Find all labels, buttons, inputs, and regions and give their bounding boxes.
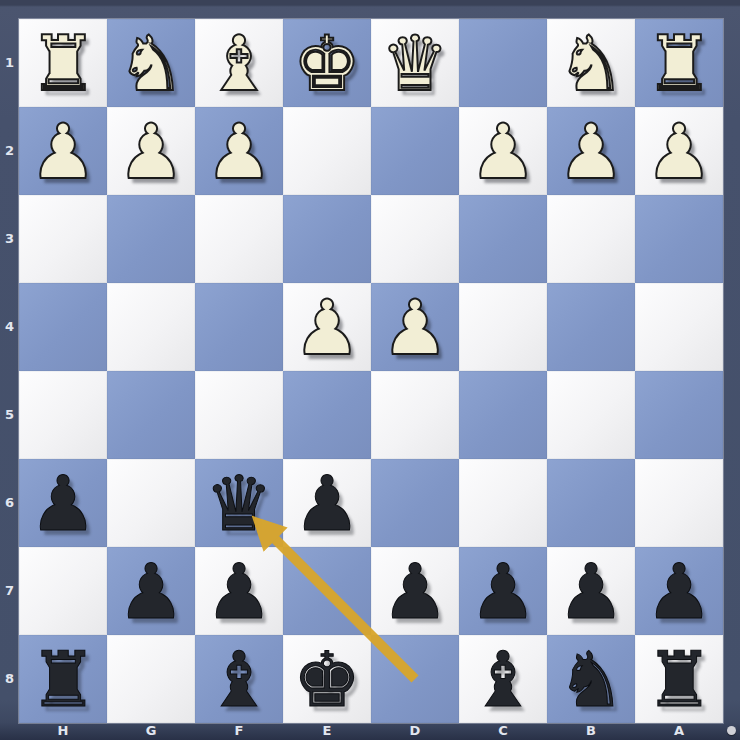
rank-label-1: 1 xyxy=(0,19,19,107)
white-pawn-g2[interactable]: ♟ xyxy=(107,107,195,195)
square-g6[interactable] xyxy=(107,459,195,547)
white-bishop-f1[interactable]: ♝ xyxy=(195,19,283,107)
square-h2[interactable]: ♟ xyxy=(19,107,107,195)
file-label-g: G xyxy=(107,722,195,740)
square-g2[interactable]: ♟ xyxy=(107,107,195,195)
white-knight-g1[interactable]: ♞ xyxy=(107,19,195,107)
square-h6[interactable]: ♟ xyxy=(19,459,107,547)
square-e8[interactable]: ♚ xyxy=(283,635,371,723)
square-d4[interactable]: ♟ xyxy=(371,283,459,371)
square-g7[interactable]: ♟ xyxy=(107,547,195,635)
square-h4[interactable] xyxy=(19,283,107,371)
file-label-h: H xyxy=(19,722,107,740)
square-e4[interactable]: ♟ xyxy=(283,283,371,371)
square-g3[interactable] xyxy=(107,195,195,283)
square-e5[interactable] xyxy=(283,371,371,459)
black-pawn-b7[interactable]: ♟ xyxy=(547,547,635,635)
square-e6[interactable]: ♟ xyxy=(283,459,371,547)
square-b6[interactable] xyxy=(547,459,635,547)
square-b2[interactable]: ♟ xyxy=(547,107,635,195)
file-label-e: E xyxy=(283,722,371,740)
white-queen-d1[interactable]: ♛ xyxy=(371,19,459,107)
square-f2[interactable]: ♟ xyxy=(195,107,283,195)
square-b7[interactable]: ♟ xyxy=(547,547,635,635)
rank-label-7: 7 xyxy=(0,547,19,635)
black-pawn-a7[interactable]: ♟ xyxy=(635,547,723,635)
black-queen-f6[interactable]: ♛ xyxy=(195,459,283,547)
black-bishop-c8[interactable]: ♝ xyxy=(459,635,547,723)
square-h3[interactable] xyxy=(19,195,107,283)
square-g8[interactable] xyxy=(107,635,195,723)
square-c8[interactable]: ♝ xyxy=(459,635,547,723)
square-d8[interactable] xyxy=(371,635,459,723)
square-c4[interactable] xyxy=(459,283,547,371)
square-d7[interactable]: ♟ xyxy=(371,547,459,635)
square-b5[interactable] xyxy=(547,371,635,459)
white-pawn-c2[interactable]: ♟ xyxy=(459,107,547,195)
rank-label-2: 2 xyxy=(0,107,19,195)
square-a8[interactable]: ♜ xyxy=(635,635,723,723)
rank-label-3: 3 xyxy=(0,195,19,283)
black-pawn-e6[interactable]: ♟ xyxy=(283,459,371,547)
square-f1[interactable]: ♝ xyxy=(195,19,283,107)
square-e1[interactable]: ♚ xyxy=(283,19,371,107)
square-f7[interactable]: ♟ xyxy=(195,547,283,635)
square-a3[interactable] xyxy=(635,195,723,283)
black-knight-b8[interactable]: ♞ xyxy=(547,635,635,723)
rank-label-4: 4 xyxy=(0,283,19,371)
file-label-d: D xyxy=(371,722,459,740)
square-h5[interactable] xyxy=(19,371,107,459)
square-c2[interactable]: ♟ xyxy=(459,107,547,195)
square-f3[interactable] xyxy=(195,195,283,283)
rank-label-8: 8 xyxy=(0,635,19,723)
square-d2[interactable] xyxy=(371,107,459,195)
black-pawn-c7[interactable]: ♟ xyxy=(459,547,547,635)
white-pawn-e4[interactable]: ♟ xyxy=(283,283,371,371)
square-e3[interactable] xyxy=(283,195,371,283)
square-d3[interactable] xyxy=(371,195,459,283)
square-h1[interactable]: ♜ xyxy=(19,19,107,107)
square-b1[interactable]: ♞ xyxy=(547,19,635,107)
square-h8[interactable]: ♜ xyxy=(19,635,107,723)
square-a1[interactable]: ♜ xyxy=(635,19,723,107)
square-a7[interactable]: ♟ xyxy=(635,547,723,635)
black-pawn-d7[interactable]: ♟ xyxy=(371,547,459,635)
square-f6[interactable]: ♛ xyxy=(195,459,283,547)
black-king-e8[interactable]: ♚ xyxy=(283,635,371,723)
square-c1[interactable] xyxy=(459,19,547,107)
square-b8[interactable]: ♞ xyxy=(547,635,635,723)
file-label-a: A xyxy=(635,722,723,740)
square-g4[interactable] xyxy=(107,283,195,371)
square-c5[interactable] xyxy=(459,371,547,459)
white-pawn-h2[interactable]: ♟ xyxy=(19,107,107,195)
square-f4[interactable] xyxy=(195,283,283,371)
side-to-move-indicator xyxy=(727,726,736,735)
black-rook-a8[interactable]: ♜ xyxy=(635,635,723,723)
file-label-b: B xyxy=(547,722,635,740)
square-d5[interactable] xyxy=(371,371,459,459)
square-c3[interactable] xyxy=(459,195,547,283)
white-rook-a1[interactable]: ♜ xyxy=(635,19,723,107)
black-pawn-f7[interactable]: ♟ xyxy=(195,547,283,635)
square-d1[interactable]: ♛ xyxy=(371,19,459,107)
white-pawn-d4[interactable]: ♟ xyxy=(371,283,459,371)
white-rook-h1[interactable]: ♜ xyxy=(19,19,107,107)
square-a6[interactable] xyxy=(635,459,723,547)
square-b3[interactable] xyxy=(547,195,635,283)
file-label-f: F xyxy=(195,722,283,740)
square-b4[interactable] xyxy=(547,283,635,371)
black-bishop-f8[interactable]: ♝ xyxy=(195,635,283,723)
rank-label-5: 5 xyxy=(0,371,19,459)
square-e7[interactable] xyxy=(283,547,371,635)
black-pawn-g7[interactable]: ♟ xyxy=(107,547,195,635)
square-c6[interactable] xyxy=(459,459,547,547)
square-h7[interactable] xyxy=(19,547,107,635)
square-a2[interactable]: ♟ xyxy=(635,107,723,195)
white-knight-b1[interactable]: ♞ xyxy=(547,19,635,107)
square-c7[interactable]: ♟ xyxy=(459,547,547,635)
square-f8[interactable]: ♝ xyxy=(195,635,283,723)
square-f5[interactable] xyxy=(195,371,283,459)
white-pawn-b2[interactable]: ♟ xyxy=(547,107,635,195)
square-a4[interactable] xyxy=(635,283,723,371)
board: ♜♞♝♚♛♞♜♟♟♟♟♟♟♟♟♟♛♟♟♟♟♟♟♟♜♝♚♝♞♜ xyxy=(19,19,723,723)
rank-label-6: 6 xyxy=(0,459,19,547)
black-pawn-h6[interactable]: ♟ xyxy=(19,459,107,547)
file-label-c: C xyxy=(459,722,547,740)
white-king-e1[interactable]: ♚ xyxy=(283,19,371,107)
square-g5[interactable] xyxy=(107,371,195,459)
white-pawn-a2[interactable]: ♟ xyxy=(635,107,723,195)
white-pawn-f2[interactable]: ♟ xyxy=(195,107,283,195)
square-e2[interactable] xyxy=(283,107,371,195)
square-a5[interactable] xyxy=(635,371,723,459)
square-d6[interactable] xyxy=(371,459,459,547)
chess-board-app: ♜♞♝♚♛♞♜♟♟♟♟♟♟♟♟♟♛♟♟♟♟♟♟♟♜♝♚♝♞♜ 12345678 … xyxy=(0,0,740,740)
square-g1[interactable]: ♞ xyxy=(107,19,195,107)
black-rook-h8[interactable]: ♜ xyxy=(19,635,107,723)
